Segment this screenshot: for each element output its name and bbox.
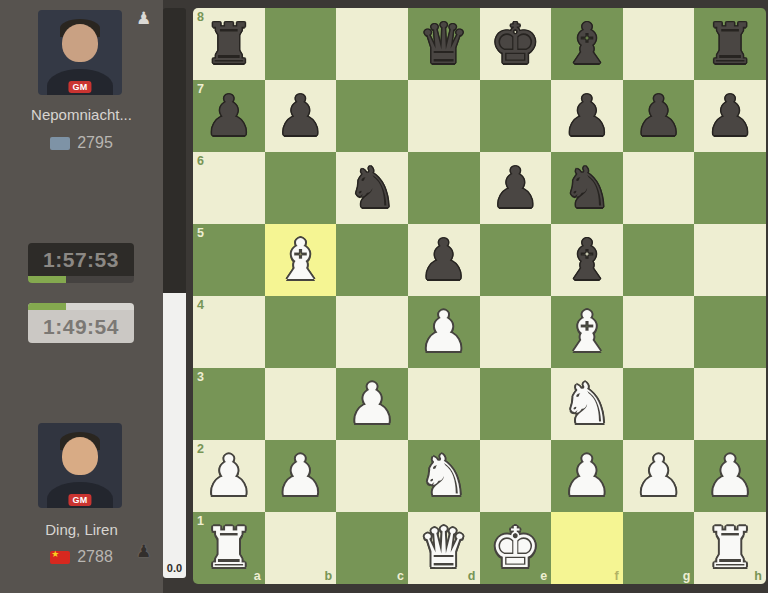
bottom-player-rating: 2788 xyxy=(77,548,113,566)
square-f3[interactable]: ♞ xyxy=(551,368,623,440)
square-h6[interactable] xyxy=(694,152,766,224)
piece-black-pawn[interactable]: ♟ xyxy=(694,80,766,152)
piece-black-pawn[interactable]: ♟ xyxy=(408,224,480,296)
square-c6[interactable]: ♞ xyxy=(336,152,408,224)
file-label-b: b xyxy=(325,569,333,583)
piece-white-knight[interactable]: ♞ xyxy=(551,368,623,440)
piece-black-rook[interactable]: ♜ xyxy=(193,8,265,80)
piece-white-rook[interactable]: ♜ xyxy=(193,512,265,584)
file-label-c: c xyxy=(397,569,404,583)
piece-black-pawn[interactable]: ♟ xyxy=(193,80,265,152)
square-d4[interactable]: ♟ xyxy=(408,296,480,368)
file-label-f: f xyxy=(615,569,619,583)
evaluation-bar: 0.0 xyxy=(163,8,186,578)
square-d8[interactable]: ♛ xyxy=(408,8,480,80)
square-c2[interactable] xyxy=(336,440,408,512)
top-player-rating: 2795 xyxy=(77,134,113,152)
square-c7[interactable] xyxy=(336,80,408,152)
square-a2[interactable]: 2♟ xyxy=(193,440,265,512)
piece-white-pawn[interactable]: ♟ xyxy=(265,440,337,512)
square-e1[interactable]: e♚ xyxy=(480,512,552,584)
bottom-clock-progress xyxy=(28,303,134,310)
top-player-avatar[interactable]: GM xyxy=(38,10,122,95)
top-player-title-badge: GM xyxy=(68,81,91,93)
piece-white-pawn[interactable]: ♟ xyxy=(408,296,480,368)
piece-black-bishop[interactable]: ♝ xyxy=(551,224,623,296)
square-d2[interactable]: ♞ xyxy=(408,440,480,512)
square-h1[interactable]: h♜ xyxy=(694,512,766,584)
square-h3[interactable] xyxy=(694,368,766,440)
square-b2[interactable]: ♟ xyxy=(265,440,337,512)
square-b3[interactable] xyxy=(265,368,337,440)
white-pawn-icon: ♟ xyxy=(136,8,151,28)
square-a1[interactable]: 1a♜ xyxy=(193,512,265,584)
piece-white-pawn[interactable]: ♟ xyxy=(623,440,695,512)
piece-white-pawn[interactable]: ♟ xyxy=(551,440,623,512)
piece-black-rook[interactable]: ♜ xyxy=(694,8,766,80)
square-f1[interactable]: f xyxy=(551,512,623,584)
square-g8[interactable] xyxy=(623,8,695,80)
bottom-player-title-badge: GM xyxy=(68,494,91,506)
square-g7[interactable]: ♟ xyxy=(623,80,695,152)
fide-flag-icon xyxy=(50,137,70,150)
top-player-rating-row: 2795 xyxy=(0,134,163,152)
square-e7[interactable] xyxy=(480,80,552,152)
top-clock-progress xyxy=(28,276,134,283)
rank-label-4: 4 xyxy=(197,298,204,312)
piece-black-queen[interactable]: ♛ xyxy=(408,8,480,80)
piece-white-queen[interactable]: ♛ xyxy=(408,512,480,584)
square-e3[interactable] xyxy=(480,368,552,440)
square-a7[interactable]: 7♟ xyxy=(193,80,265,152)
square-f5[interactable]: ♝ xyxy=(551,224,623,296)
piece-black-pawn[interactable]: ♟ xyxy=(265,80,337,152)
bottom-player-clock: 1:49:54 xyxy=(28,310,134,343)
square-f7[interactable]: ♟ xyxy=(551,80,623,152)
square-c3[interactable]: ♟ xyxy=(336,368,408,440)
square-e4[interactable] xyxy=(480,296,552,368)
piece-white-bishop[interactable]: ♝ xyxy=(551,296,623,368)
square-h5[interactable] xyxy=(694,224,766,296)
square-g1[interactable]: g xyxy=(623,512,695,584)
square-g4[interactable] xyxy=(623,296,695,368)
chess-board[interactable]: 8♜♛♚♝♜7♟♟♟♟♟6♞♟♞5♝♟♝4♟♝3♟♞2♟♟♞♟♟♟1a♜bcd♛… xyxy=(193,8,766,584)
square-g3[interactable] xyxy=(623,368,695,440)
square-h4[interactable] xyxy=(694,296,766,368)
square-c5[interactable] xyxy=(336,224,408,296)
piece-white-pawn[interactable]: ♟ xyxy=(193,440,265,512)
rank-label-5: 5 xyxy=(197,226,204,240)
piece-black-bishop[interactable]: ♝ xyxy=(551,8,623,80)
square-e5[interactable] xyxy=(480,224,552,296)
square-d1[interactable]: d♛ xyxy=(408,512,480,584)
piece-black-pawn[interactable]: ♟ xyxy=(551,80,623,152)
china-flag-icon xyxy=(50,551,70,564)
piece-black-knight[interactable]: ♞ xyxy=(551,152,623,224)
square-b5[interactable]: ♝ xyxy=(265,224,337,296)
square-h8[interactable]: ♜ xyxy=(694,8,766,80)
square-a3[interactable]: 3 xyxy=(193,368,265,440)
bottom-player-name[interactable]: Ding, Liren xyxy=(0,521,163,538)
square-b8[interactable] xyxy=(265,8,337,80)
square-b4[interactable] xyxy=(265,296,337,368)
square-f2[interactable]: ♟ xyxy=(551,440,623,512)
square-c4[interactable] xyxy=(336,296,408,368)
square-f8[interactable]: ♝ xyxy=(551,8,623,80)
square-f4[interactable]: ♝ xyxy=(551,296,623,368)
piece-black-pawn[interactable]: ♟ xyxy=(623,80,695,152)
rank-label-3: 3 xyxy=(197,370,204,384)
square-a5[interactable]: 5 xyxy=(193,224,265,296)
square-d6[interactable] xyxy=(408,152,480,224)
square-b7[interactable]: ♟ xyxy=(265,80,337,152)
square-d3[interactable] xyxy=(408,368,480,440)
square-c8[interactable] xyxy=(336,8,408,80)
square-g2[interactable]: ♟ xyxy=(623,440,695,512)
square-c1[interactable]: c xyxy=(336,512,408,584)
rank-label-6: 6 xyxy=(197,154,204,168)
piece-white-rook[interactable]: ♜ xyxy=(694,512,766,584)
square-d7[interactable] xyxy=(408,80,480,152)
square-h2[interactable]: ♟ xyxy=(694,440,766,512)
piece-white-king[interactable]: ♚ xyxy=(480,512,552,584)
top-player-clock: 1:57:53 xyxy=(28,243,134,276)
top-player-name[interactable]: Nepomniacht... xyxy=(0,106,163,123)
player-sidebar: GM ♟ Nepomniacht... 2795 1:57:53 1:49:54… xyxy=(0,0,163,593)
square-a8[interactable]: 8♜ xyxy=(193,8,265,80)
square-a6[interactable]: 6 xyxy=(193,152,265,224)
square-e6[interactable]: ♟ xyxy=(480,152,552,224)
square-f6[interactable]: ♞ xyxy=(551,152,623,224)
square-h7[interactable]: ♟ xyxy=(694,80,766,152)
piece-white-pawn[interactable]: ♟ xyxy=(336,368,408,440)
square-b1[interactable]: b xyxy=(265,512,337,584)
piece-black-pawn[interactable]: ♟ xyxy=(480,152,552,224)
square-a4[interactable]: 4 xyxy=(193,296,265,368)
square-d5[interactable]: ♟ xyxy=(408,224,480,296)
file-label-g: g xyxy=(683,569,691,583)
square-b6[interactable] xyxy=(265,152,337,224)
square-e8[interactable]: ♚ xyxy=(480,8,552,80)
piece-white-bishop[interactable]: ♝ xyxy=(265,224,337,296)
square-g6[interactable] xyxy=(623,152,695,224)
piece-white-pawn[interactable]: ♟ xyxy=(694,440,766,512)
piece-black-knight[interactable]: ♞ xyxy=(336,152,408,224)
piece-black-king[interactable]: ♚ xyxy=(480,8,552,80)
piece-white-knight[interactable]: ♞ xyxy=(408,440,480,512)
black-pawn-icon: ♟ xyxy=(136,541,151,561)
bottom-player-avatar[interactable]: GM xyxy=(38,423,122,508)
square-g5[interactable] xyxy=(623,224,695,296)
square-e2[interactable] xyxy=(480,440,552,512)
evaluation-value: 0.0 xyxy=(163,562,186,574)
